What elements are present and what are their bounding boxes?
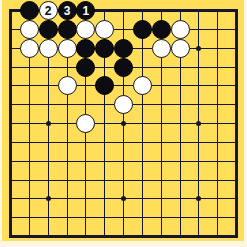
white-stone (95, 20, 114, 39)
black-stone (95, 39, 114, 58)
move-number-label: 3 (64, 5, 71, 17)
black-stone (152, 20, 171, 39)
go-board[interactable]: 231 (0, 0, 247, 247)
black-stone (133, 20, 152, 39)
white-stone (171, 20, 190, 39)
black-stone (58, 20, 77, 39)
white-stone (20, 39, 39, 58)
black-stone (114, 58, 133, 77)
black-stone (76, 39, 95, 58)
black-stone (76, 58, 95, 77)
white-stone (58, 39, 77, 58)
black-stone (39, 20, 58, 39)
white-stone (152, 39, 171, 58)
black-stone (20, 1, 39, 20)
star-point (46, 121, 51, 126)
white-stone: 2 (39, 1, 58, 20)
grid-line-horizontal (11, 180, 237, 181)
grid-line-vertical (142, 11, 143, 237)
grid-line-horizontal (11, 142, 237, 143)
grid-line-horizontal (11, 161, 237, 162)
move-number-label: 1 (82, 5, 89, 17)
move-number-label: 2 (45, 5, 52, 17)
white-stone (58, 76, 77, 95)
black-stone (114, 39, 133, 58)
star-point (121, 121, 126, 126)
white-stone (39, 39, 58, 58)
grid-line-horizontal (11, 217, 237, 218)
white-stone (171, 39, 190, 58)
black-stone: 3 (58, 1, 77, 20)
white-stone (20, 20, 39, 39)
go-board-diagram: 231 (0, 0, 247, 247)
grid-line-vertical (217, 11, 218, 237)
